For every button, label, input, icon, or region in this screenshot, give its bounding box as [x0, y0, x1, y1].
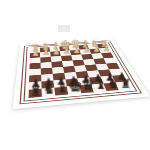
photo-artifact: [58, 25, 70, 32]
piece-white-pawn[interactable]: ♟: [83, 46, 90, 54]
piece-white-pawn[interactable]: ♟: [92, 45, 99, 53]
square-a3[interactable]: [101, 53, 114, 59]
square-f2[interactable]: ♟: [50, 51, 61, 57]
square-h2[interactable]: ♟: [30, 52, 40, 58]
square-g2[interactable]: ♟: [40, 52, 51, 58]
piece-white-pawn[interactable]: ♟: [42, 49, 50, 57]
square-e8[interactable]: ♚: [67, 86, 81, 95]
square-g3[interactable]: [40, 57, 51, 63]
chess-board: ♜♞♝♚♛♝♞♜♟♟♟♟♟♟♟♟♟♟♟♟♟♟♟♟♜♞♝♚♛♝♞♜: [29, 44, 132, 98]
piece-white-pawn[interactable]: ♟: [52, 48, 60, 56]
piece-white-pawn[interactable]: ♟: [102, 45, 109, 53]
piece-white-pawn[interactable]: ♟: [62, 47, 70, 55]
piece-black-rook[interactable]: ♜: [30, 85, 41, 98]
square-g4[interactable]: [41, 62, 52, 69]
square-g8[interactable]: ♞: [42, 88, 56, 97]
piece-white-pawn[interactable]: ♟: [72, 47, 79, 55]
piece-black-rook[interactable]: ♜: [120, 77, 131, 89]
board-inner-frame-line: ♜♞♝♚♛♝♞♜♟♟♟♟♟♟♟♟♟♟♟♟♟♟♟♟♜♞♝♚♛♝♞♜: [23, 42, 137, 102]
square-f8[interactable]: ♝: [54, 87, 68, 96]
square-h5[interactable]: [29, 68, 41, 75]
square-c2[interactable]: ♟: [80, 49, 92, 54]
board-outer-frame-line: ♜♞♝♚♛♝♞♜♟♟♟♟♟♟♟♟♟♟♟♟♟♟♟♟♜♞♝♚♛♝♞♜: [20, 41, 143, 105]
chess-mat: ♜♞♝♚♛♝♞♜♟♟♟♟♟♟♟♟♟♟♟♟♟♟♟♟♜♞♝♚♛♝♞♜: [13, 39, 150, 110]
piece-black-knight[interactable]: ♞: [43, 83, 55, 96]
piece-black-bishop[interactable]: ♝: [56, 81, 68, 95]
piece-black-bishop[interactable]: ♝: [94, 78, 106, 91]
square-c4[interactable]: [83, 59, 96, 65]
piece-black-king[interactable]: ♚: [67, 77, 82, 94]
piece-black-knight[interactable]: ♞: [107, 78, 118, 91]
square-h8[interactable]: ♜: [29, 89, 42, 98]
photo-background: ♜♞♝♚♛♝♞♜♟♟♟♟♟♟♟♟♟♟♟♟♟♟♟♟♜♞♝♚♛♝♞♜: [0, 0, 150, 150]
square-h3[interactable]: [30, 57, 41, 63]
piece-white-pawn[interactable]: ♟: [31, 49, 39, 58]
